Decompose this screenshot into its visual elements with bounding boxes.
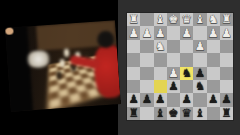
piece-white-c3: ♟ xyxy=(195,40,205,53)
square-g6[interactable] xyxy=(140,80,153,93)
piece-white-f2: ♟ xyxy=(155,27,165,40)
piece-white-b1: ♞ xyxy=(208,13,218,26)
square-e7[interactable] xyxy=(167,93,180,106)
square-c4[interactable] xyxy=(193,53,206,66)
square-f2[interactable]: ♟ xyxy=(154,26,167,39)
piece-black-e6: ♟ xyxy=(168,80,178,93)
square-f3[interactable]: ♞ xyxy=(154,40,167,53)
square-h7[interactable]: ♟ xyxy=(127,93,140,106)
square-d5[interactable]: ♞ xyxy=(180,67,193,80)
square-g5[interactable] xyxy=(140,67,153,80)
piece-white-e1: ♚ xyxy=(168,13,178,26)
piece-black-c5: ♟ xyxy=(195,67,205,80)
square-c8[interactable]: ♝ xyxy=(193,107,206,120)
piece-black-c8: ♝ xyxy=(195,107,205,120)
piece-black-a7: ♟ xyxy=(221,93,231,106)
piece-white-c1: ♝ xyxy=(195,13,205,26)
square-h1[interactable]: ♜ xyxy=(127,13,140,26)
piece-black-c6: ♞ xyxy=(195,80,205,93)
square-g8[interactable] xyxy=(140,107,153,120)
square-e1[interactable]: ♚ xyxy=(167,13,180,26)
piece-white-d1: ♛ xyxy=(181,13,191,26)
piece-black-h8: ♜ xyxy=(128,107,138,120)
square-g2[interactable]: ♟ xyxy=(140,26,153,39)
piece-black-b7: ♟ xyxy=(208,93,218,106)
piece-black-e8: ♚ xyxy=(168,107,178,120)
piece-white-h1: ♜ xyxy=(128,13,138,26)
square-a7[interactable]: ♟ xyxy=(220,93,233,106)
piece-white-a1: ♜ xyxy=(221,13,231,26)
piece-black-d8: ♛ xyxy=(181,107,191,120)
square-g4[interactable] xyxy=(140,53,153,66)
photo-white-piece xyxy=(59,59,65,67)
square-b1[interactable]: ♞ xyxy=(207,13,220,26)
square-d8[interactable]: ♛ xyxy=(180,107,193,120)
square-a3[interactable] xyxy=(220,40,233,53)
square-b2[interactable]: ♟ xyxy=(207,26,220,39)
square-d6[interactable] xyxy=(180,80,193,93)
square-d2[interactable]: ♟ xyxy=(180,26,193,39)
square-f5[interactable] xyxy=(154,67,167,80)
square-c5[interactable]: ♟ xyxy=(193,67,206,80)
square-c7[interactable] xyxy=(193,93,206,106)
square-e5[interactable]: ♟ xyxy=(167,67,180,80)
square-f7[interactable]: ♟ xyxy=(154,93,167,106)
piece-black-d5: ♞ xyxy=(181,67,191,80)
square-d4[interactable] xyxy=(180,53,193,66)
square-e8[interactable]: ♚ xyxy=(167,107,180,120)
square-g3[interactable] xyxy=(140,40,153,53)
piece-white-h2: ♟ xyxy=(128,27,138,40)
square-h6[interactable] xyxy=(127,80,140,93)
square-e6[interactable]: ♟ xyxy=(167,80,180,93)
piece-white-d2: ♟ xyxy=(181,27,191,40)
square-a4[interactable] xyxy=(220,53,233,66)
square-b5[interactable] xyxy=(207,67,220,80)
square-a1[interactable]: ♜ xyxy=(220,13,233,26)
square-e3[interactable] xyxy=(167,40,180,53)
square-h2[interactable]: ♟ xyxy=(127,26,140,39)
square-h3[interactable] xyxy=(127,40,140,53)
piece-white-b2: ♟ xyxy=(208,27,218,40)
piece-white-a2: ♟ xyxy=(221,27,231,40)
piece-black-g7: ♟ xyxy=(142,93,152,106)
square-f4[interactable] xyxy=(154,53,167,66)
square-a6[interactable] xyxy=(220,80,233,93)
square-b6[interactable] xyxy=(207,80,220,93)
square-a5[interactable] xyxy=(220,67,233,80)
square-b7[interactable]: ♟ xyxy=(207,93,220,106)
piece-white-f3: ♞ xyxy=(155,40,165,53)
piece-black-f8: ♝ xyxy=(155,107,165,120)
digital-chess-board: ♜♝♚♛♝♞♜♟♟♟♟♟♟♞♟♟♞♟♟♞♟♟♟♟♟♟♜♝♚♛♝♜ xyxy=(127,13,233,120)
app-window: ♜♝♚♛♝♞♜♟♟♟♟♟♟♞♟♟♞♟♟♞♟♟♟♟♟♟♜♝♚♛♝♜ xyxy=(0,0,240,135)
square-b8[interactable] xyxy=(207,107,220,120)
square-f1[interactable]: ♝ xyxy=(154,13,167,26)
square-c1[interactable]: ♝ xyxy=(193,13,206,26)
square-a8[interactable]: ♜ xyxy=(220,107,233,120)
piece-white-g2: ♟ xyxy=(142,27,152,40)
square-a2[interactable]: ♟ xyxy=(220,26,233,39)
square-f6[interactable] xyxy=(154,80,167,93)
piece-black-a8: ♜ xyxy=(221,107,231,120)
square-g7[interactable]: ♟ xyxy=(140,93,153,106)
square-h5[interactable] xyxy=(127,67,140,80)
square-c3[interactable]: ♟ xyxy=(193,40,206,53)
square-f8[interactable]: ♝ xyxy=(154,107,167,120)
square-d3[interactable] xyxy=(180,40,193,53)
square-b4[interactable] xyxy=(207,53,220,66)
piece-white-f1: ♝ xyxy=(155,13,165,26)
square-h4[interactable] xyxy=(127,53,140,66)
square-e4[interactable] xyxy=(167,53,180,66)
square-g1[interactable] xyxy=(140,13,153,26)
square-d7[interactable]: ♟ xyxy=(180,93,193,106)
square-c6[interactable]: ♞ xyxy=(193,80,206,93)
square-e2[interactable] xyxy=(167,26,180,39)
square-c2[interactable] xyxy=(193,26,206,39)
video-frame xyxy=(5,20,121,111)
square-d1[interactable]: ♛ xyxy=(180,13,193,26)
piece-black-d7: ♟ xyxy=(181,93,191,106)
square-b3[interactable] xyxy=(207,40,220,53)
piece-black-f7: ♟ xyxy=(155,93,165,106)
piece-white-e5: ♟ xyxy=(168,67,178,80)
piece-black-h7: ♟ xyxy=(128,93,138,106)
square-h8[interactable]: ♜ xyxy=(127,107,140,120)
